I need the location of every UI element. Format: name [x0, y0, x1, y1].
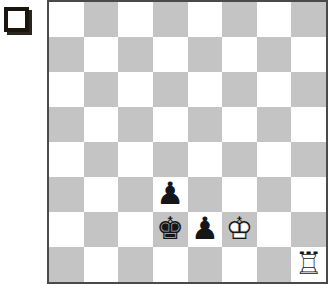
square-b4[interactable] [84, 142, 119, 177]
square-h6[interactable] [291, 72, 326, 107]
square-f3[interactable] [222, 177, 257, 212]
square-c4[interactable] [118, 142, 153, 177]
square-d7[interactable] [153, 37, 188, 72]
piece-white-king-f2[interactable]: ♚♔ [222, 212, 257, 247]
square-a6[interactable] [49, 72, 84, 107]
square-g8[interactable] [257, 2, 292, 37]
square-g1[interactable] [257, 247, 292, 282]
square-e4[interactable] [188, 142, 223, 177]
square-g2[interactable] [257, 212, 292, 247]
square-c1[interactable] [118, 247, 153, 282]
square-g3[interactable] [257, 177, 292, 212]
square-c7[interactable] [118, 37, 153, 72]
square-b3[interactable] [84, 177, 119, 212]
square-a4[interactable] [49, 142, 84, 177]
square-a1[interactable] [49, 247, 84, 282]
piece-white-rook-h1[interactable]: ♜♖ [291, 247, 326, 282]
square-f4[interactable] [222, 142, 257, 177]
square-h7[interactable] [291, 37, 326, 72]
square-e6[interactable] [188, 72, 223, 107]
square-d5[interactable] [153, 107, 188, 142]
square-a2[interactable] [49, 212, 84, 247]
square-f7[interactable] [222, 37, 257, 72]
square-h8[interactable] [291, 2, 326, 37]
square-b1[interactable] [84, 247, 119, 282]
square-b8[interactable] [84, 2, 119, 37]
square-e7[interactable] [188, 37, 223, 72]
square-d3[interactable]: ♟ [153, 177, 188, 212]
square-b7[interactable] [84, 37, 119, 72]
chess-diagram-page: ♟♚♟♚♔♜♖ [0, 0, 329, 285]
square-h2[interactable] [291, 212, 326, 247]
square-d6[interactable] [153, 72, 188, 107]
square-b2[interactable] [84, 212, 119, 247]
piece-outline-glyph: ♔ [226, 213, 254, 244]
square-h5[interactable] [291, 107, 326, 142]
chess-board: ♟♚♟♚♔♜♖ [47, 0, 328, 284]
square-h3[interactable] [291, 177, 326, 212]
square-e1[interactable] [188, 247, 223, 282]
square-f1[interactable] [222, 247, 257, 282]
square-e3[interactable] [188, 177, 223, 212]
square-a3[interactable] [49, 177, 84, 212]
square-c3[interactable] [118, 177, 153, 212]
square-a8[interactable] [49, 2, 84, 37]
piece-glyph: ♟ [191, 213, 219, 244]
square-f2[interactable]: ♚♔ [222, 212, 257, 247]
piece-outline-glyph: ♖ [295, 248, 323, 279]
square-d1[interactable] [153, 247, 188, 282]
piece-black-king-d2[interactable]: ♚ [153, 212, 188, 247]
square-b6[interactable] [84, 72, 119, 107]
square-g5[interactable] [257, 107, 292, 142]
square-h1[interactable]: ♜♖ [291, 247, 326, 282]
square-h4[interactable] [291, 142, 326, 177]
piece-glyph: ♚ [156, 213, 184, 244]
square-d2[interactable]: ♚ [153, 212, 188, 247]
square-a5[interactable] [49, 107, 84, 142]
square-g7[interactable] [257, 37, 292, 72]
square-g4[interactable] [257, 142, 292, 177]
piece-glyph: ♟ [156, 178, 184, 209]
square-c5[interactable] [118, 107, 153, 142]
square-e8[interactable] [188, 2, 223, 37]
square-d8[interactable] [153, 2, 188, 37]
square-f8[interactable] [222, 2, 257, 37]
piece-black-pawn-e2[interactable]: ♟ [188, 212, 223, 247]
square-c8[interactable] [118, 2, 153, 37]
square-c6[interactable] [118, 72, 153, 107]
square-f5[interactable] [222, 107, 257, 142]
square-e5[interactable] [188, 107, 223, 142]
piece-black-pawn-d3[interactable]: ♟ [153, 177, 188, 212]
square-c2[interactable] [118, 212, 153, 247]
square-d4[interactable] [153, 142, 188, 177]
square-f6[interactable] [222, 72, 257, 107]
square-a7[interactable] [49, 37, 84, 72]
square-g6[interactable] [257, 72, 292, 107]
white-to-move-icon [4, 7, 29, 32]
square-e2[interactable]: ♟ [188, 212, 223, 247]
square-b5[interactable] [84, 107, 119, 142]
